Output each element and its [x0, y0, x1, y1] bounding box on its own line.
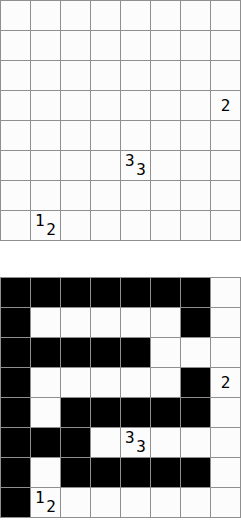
solution-cell-r0c4: [121, 278, 151, 308]
puzzle-cell-r7c3[interactable]: [91, 211, 121, 241]
solution-cell-r7c4: [121, 488, 151, 518]
solution-cell-r0c3: [91, 278, 121, 308]
puzzle-cell-r0c6[interactable]: [181, 1, 211, 31]
puzzle-cell-r2c6[interactable]: [181, 61, 211, 91]
solution-cell-r7c7: [211, 488, 241, 518]
puzzle-cell-r0c1[interactable]: [31, 1, 61, 31]
puzzle-cell-r4c1[interactable]: [31, 121, 61, 151]
solution-cell-r7c6: [181, 488, 211, 518]
clue-value: 3: [125, 430, 135, 446]
solution-cell-r7c0: [1, 488, 31, 518]
puzzle-cell-r6c0[interactable]: [1, 181, 31, 211]
puzzle-cell-r6c3[interactable]: [91, 181, 121, 211]
puzzle-cell-r3c6[interactable]: [181, 91, 211, 121]
solution-cell-r4c4: [121, 398, 151, 428]
solution-cell-r4c6: [181, 398, 211, 428]
solution-cell-r4c0: [1, 398, 31, 428]
solution-cell-r5c7: [211, 428, 241, 458]
puzzle-cell-r6c6[interactable]: [181, 181, 211, 211]
puzzle-cell-r5c2[interactable]: [61, 151, 91, 181]
puzzle-cell-r3c5[interactable]: [151, 91, 181, 121]
solution-cell-r1c4: [121, 308, 151, 338]
clue-value: 2: [46, 222, 56, 238]
solution-cell-r6c6: [181, 458, 211, 488]
puzzle-cell-r0c2[interactable]: [61, 1, 91, 31]
puzzle-cell-r7c4[interactable]: [121, 211, 151, 241]
puzzle-cell-r6c1[interactable]: [31, 181, 61, 211]
clue-value: 1: [35, 490, 45, 506]
solution-cell-r5c6: [181, 428, 211, 458]
solution-cell-r5c3: [91, 428, 121, 458]
clue-value: 1: [35, 213, 45, 229]
puzzle-cell-r4c4[interactable]: [121, 121, 151, 151]
puzzle-cell-r5c6[interactable]: [181, 151, 211, 181]
puzzle-cell-r2c1[interactable]: [31, 61, 61, 91]
puzzle-cell-r7c6[interactable]: [181, 211, 211, 241]
solution-cell-r4c2: [61, 398, 91, 428]
solution-cell-r0c5: [151, 278, 181, 308]
puzzle-cell-r2c0[interactable]: [1, 61, 31, 91]
solution-cell-r2c7: [211, 338, 241, 368]
solution-cell-r6c3: [91, 458, 121, 488]
puzzle-cell-r4c2[interactable]: [61, 121, 91, 151]
solution-cell-r2c4: [121, 338, 151, 368]
puzzle-cell-r5c0[interactable]: [1, 151, 31, 181]
puzzle-cell-r6c5[interactable]: [151, 181, 181, 211]
puzzle-cell-r3c1[interactable]: [31, 91, 61, 121]
solution-cell-r1c1: [31, 308, 61, 338]
solution-cell-r2c6: [181, 338, 211, 368]
solution-cell-r4c5: [151, 398, 181, 428]
solution-cell-r5c1: [31, 428, 61, 458]
solution-cell-r1c2: [61, 308, 91, 338]
solution-cell-r0c7: [211, 278, 241, 308]
clue-value: 2: [46, 499, 56, 515]
puzzle-cell-r7c0[interactable]: [1, 211, 31, 241]
solution-cell-r2c2: [61, 338, 91, 368]
tapa-puzzle-board: 23312: [0, 0, 241, 241]
puzzle-cell-r6c7[interactable]: [211, 181, 241, 211]
solution-cell-r3c3: [91, 368, 121, 398]
solution-cell-r3c2: [61, 368, 91, 398]
solution-cell-r3c0: [1, 368, 31, 398]
clue-value: 3: [136, 439, 146, 455]
puzzle-cell-r2c4[interactable]: [121, 61, 151, 91]
clue-value: 2: [211, 368, 240, 397]
solution-cell-r6c5: [151, 458, 181, 488]
puzzle-cell-r2c3[interactable]: [91, 61, 121, 91]
solution-cell-r6c2: [61, 458, 91, 488]
puzzle-cell-r2c7[interactable]: [211, 61, 241, 91]
puzzle-cell-r0c4[interactable]: [121, 1, 151, 31]
puzzle-cell-r1c3[interactable]: [91, 31, 121, 61]
solution-cell-r4c7: [211, 398, 241, 428]
solution-cell-r1c0: [1, 308, 31, 338]
solution-cell-r7c1: 12: [31, 488, 61, 518]
puzzle-cell-r1c2[interactable]: [61, 31, 91, 61]
puzzle-cell-r3c0[interactable]: [1, 91, 31, 121]
puzzle-cell-r1c4[interactable]: [121, 31, 151, 61]
puzzle-cell-r0c0[interactable]: [1, 1, 31, 31]
clue-value: 2: [211, 91, 240, 120]
puzzle-cell-r4c5[interactable]: [151, 121, 181, 151]
solution-cell-r7c3: [91, 488, 121, 518]
puzzle-cell-r5c1[interactable]: [31, 151, 61, 181]
puzzle-cell-r5c7[interactable]: [211, 151, 241, 181]
puzzle-cell-r4c3[interactable]: [91, 121, 121, 151]
puzzle-cell-r6c2[interactable]: [61, 181, 91, 211]
puzzle-cell-r3c4[interactable]: [121, 91, 151, 121]
puzzle-cell-r1c5[interactable]: [151, 31, 181, 61]
puzzle-cell-r4c0[interactable]: [1, 121, 31, 151]
puzzle-cell-r4c6[interactable]: [181, 121, 211, 151]
puzzle-cell-r4c7[interactable]: [211, 121, 241, 151]
solution-cell-r3c4: [121, 368, 151, 398]
solution-cell-r6c0: [1, 458, 31, 488]
solution-cell-r1c6: [181, 308, 211, 338]
puzzle-cell-r7c7[interactable]: [211, 211, 241, 241]
puzzle-cell-r1c0[interactable]: [1, 31, 31, 61]
solution-cell-r5c2: [61, 428, 91, 458]
solution-cell-r3c6: [181, 368, 211, 398]
solution-cell-r4c3: [91, 398, 121, 428]
clue-value: 3: [136, 162, 146, 178]
puzzle-cell-r1c6[interactable]: [181, 31, 211, 61]
solution-cell-r4c1: [31, 398, 61, 428]
tapa-solution-board: 23312: [0, 277, 241, 518]
solution-cell-r3c1: [31, 368, 61, 398]
puzzle-cell-r7c1[interactable]: 12: [31, 211, 61, 241]
grid-separator: [0, 241, 241, 277]
solution-cell-r0c0: [1, 278, 31, 308]
puzzle-cell-r0c7[interactable]: [211, 1, 241, 31]
puzzle-cell-r5c4[interactable]: 33: [121, 151, 151, 181]
puzzle-cell-r1c7[interactable]: [211, 31, 241, 61]
solution-cell-r5c5: [151, 428, 181, 458]
puzzle-cell-r5c5[interactable]: [151, 151, 181, 181]
puzzle-cell-r3c3[interactable]: [91, 91, 121, 121]
solution-cell-r0c1: [31, 278, 61, 308]
puzzle-cell-r3c7[interactable]: 2: [211, 91, 241, 121]
solution-cell-r0c2: [61, 278, 91, 308]
clue-value: 3: [125, 153, 135, 169]
puzzle-cell-r3c2[interactable]: [61, 91, 91, 121]
solution-cell-r5c0: [1, 428, 31, 458]
solution-cell-r7c2: [61, 488, 91, 518]
puzzle-cell-r7c2[interactable]: [61, 211, 91, 241]
solution-cell-r6c7: [211, 458, 241, 488]
solution-cell-r1c7: [211, 308, 241, 338]
puzzle-cell-r6c4[interactable]: [121, 181, 151, 211]
solution-cell-r6c1: [31, 458, 61, 488]
solution-cell-r1c3: [91, 308, 121, 338]
solution-cell-r2c5: [151, 338, 181, 368]
solution-cell-r0c6: [181, 278, 211, 308]
puzzle-cell-r7c5[interactable]: [151, 211, 181, 241]
solution-cell-r1c5: [151, 308, 181, 338]
solution-cell-r5c4: 33: [121, 428, 151, 458]
puzzle-cell-r5c3[interactable]: [91, 151, 121, 181]
solution-cell-r3c7: 2: [211, 368, 241, 398]
puzzle-cell-r0c3[interactable]: [91, 1, 121, 31]
solution-cell-r6c4: [121, 458, 151, 488]
puzzle-cell-r0c5[interactable]: [151, 1, 181, 31]
solution-cell-r2c0: [1, 338, 31, 368]
puzzle-cell-r2c5[interactable]: [151, 61, 181, 91]
solution-cell-r2c1: [31, 338, 61, 368]
solution-cell-r3c5: [151, 368, 181, 398]
puzzle-cell-r1c1[interactable]: [31, 31, 61, 61]
puzzle-cell-r2c2[interactable]: [61, 61, 91, 91]
solution-cell-r2c3: [91, 338, 121, 368]
solution-cell-r7c5: [151, 488, 181, 518]
